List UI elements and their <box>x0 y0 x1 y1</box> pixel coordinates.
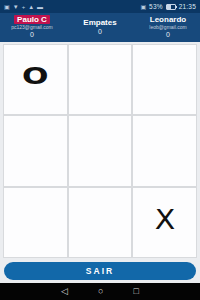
draws-panel: Empates 0 <box>74 15 126 38</box>
android-nav-bar: ◁ ○ □ <box>0 283 200 300</box>
battery-percent: 53% <box>149 3 163 10</box>
mark-r1c1: O <box>22 62 49 89</box>
scoreboard-header: Paulo C pc123@gmail.com 0 Empates 0 Leon… <box>0 13 200 42</box>
plus-icon: + <box>22 4 26 10</box>
tic-tac-toe-board: O X <box>3 44 197 258</box>
exit-button[interactable]: SAIR <box>4 262 196 280</box>
misc-notification-icon: ▬ <box>37 4 43 10</box>
footer: SAIR <box>0 260 200 283</box>
cell-r1c3[interactable] <box>133 45 196 114</box>
cell-r2c2[interactable] <box>69 116 132 185</box>
battery-icon <box>166 4 176 10</box>
cell-r2c1[interactable] <box>4 116 67 185</box>
status-left-icons: ▣ ▼ + ▲ ▬ <box>4 4 43 10</box>
player2-name: Leonardo <box>150 15 186 24</box>
cell-r1c1[interactable]: O <box>4 45 67 114</box>
player1-panel: Paulo C pc123@gmail.com 0 <box>6 15 58 38</box>
player2-email: leob@gmail.com <box>149 24 186 30</box>
mark-r3c3: X <box>154 205 174 235</box>
wifi-icon: ▼ <box>13 4 19 10</box>
nav-home-icon[interactable]: ○ <box>98 287 103 296</box>
cell-r3c2[interactable] <box>69 188 132 257</box>
cell-r3c3[interactable]: X <box>133 188 196 257</box>
player1-name: Paulo C <box>14 15 50 24</box>
player2-score: 0 <box>166 31 170 39</box>
screenshot-icon: ▣ <box>140 4 146 10</box>
warning-icon: ▲ <box>28 4 34 10</box>
nav-back-icon[interactable]: ◁ <box>61 287 68 296</box>
board-area: O X <box>0 42 200 260</box>
cell-r3c1[interactable] <box>4 188 67 257</box>
cell-r1c2[interactable] <box>69 45 132 114</box>
clock: 21:35 <box>179 3 196 10</box>
cell-r2c3[interactable] <box>133 116 196 185</box>
player1-email: pc123@gmail.com <box>11 24 52 30</box>
status-bar: ▣ ▼ + ▲ ▬ ▣ 53% 21:35 <box>0 0 200 13</box>
draws-label: Empates <box>83 18 116 27</box>
status-right: ▣ 53% 21:35 <box>140 3 196 10</box>
app-screen: ▣ ▼ + ▲ ▬ ▣ 53% 21:35 Paulo C pc123@gmai… <box>0 0 200 300</box>
draws-score: 0 <box>98 28 102 36</box>
notification-app-icon: ▣ <box>4 4 10 10</box>
player2-panel: Leonardo leob@gmail.com 0 <box>142 15 194 38</box>
nav-recents-icon[interactable]: □ <box>133 287 138 296</box>
player1-score: 0 <box>30 31 34 39</box>
